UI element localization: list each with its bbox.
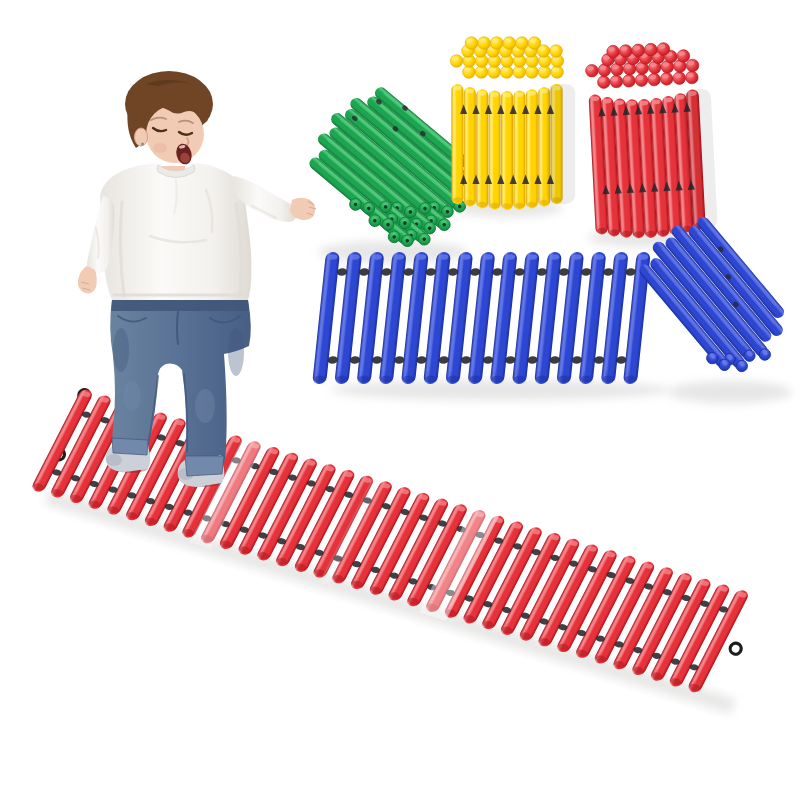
strap-connector <box>372 356 383 364</box>
sock-left-shade <box>106 454 122 466</box>
strap-connector <box>549 356 560 364</box>
yellow-dome <box>500 66 513 79</box>
yellow-dome <box>516 37 529 50</box>
red-dome <box>585 64 598 77</box>
strap-connector <box>394 356 405 364</box>
strap-connector <box>594 356 605 364</box>
blue-slats <box>312 252 651 384</box>
strap-connector <box>448 268 459 276</box>
red-dome <box>610 75 623 88</box>
jeans-shade-left <box>113 328 129 372</box>
jeans-cuff-right <box>185 456 224 476</box>
yellow-rod <box>501 91 513 210</box>
yellow-roll <box>450 37 575 210</box>
soft-shadow <box>668 381 792 403</box>
jeans-knee-right <box>195 389 215 423</box>
yellow-dome <box>465 37 478 50</box>
red-dome <box>686 59 699 72</box>
strap-connector <box>505 356 516 364</box>
strap-connector <box>581 268 592 276</box>
strap-connector <box>625 268 636 276</box>
cheek <box>153 143 167 153</box>
red-dome <box>597 76 610 89</box>
red-dome <box>673 72 686 85</box>
face <box>146 105 204 163</box>
strap-connector <box>438 356 449 364</box>
strap-connector <box>492 268 503 276</box>
blue-slat <box>312 252 340 384</box>
strap-connector <box>461 356 472 364</box>
strap-connector <box>425 268 436 276</box>
strap-connector <box>603 268 614 276</box>
red-dome <box>635 74 648 87</box>
strap-connector <box>616 356 627 364</box>
strap-hook <box>729 642 743 656</box>
jeans-knee-left <box>123 381 141 411</box>
earring <box>141 142 144 145</box>
yellow-dome <box>528 37 541 50</box>
strap-connector <box>470 268 481 276</box>
yellow-dome <box>513 66 526 79</box>
blue-mat-unrolled <box>312 252 651 384</box>
red-roll <box>584 40 718 241</box>
jeans-waistband <box>111 300 249 311</box>
strap-connector <box>572 356 583 364</box>
strap-connector <box>416 356 427 364</box>
strap-connector <box>559 268 570 276</box>
ear <box>135 128 148 146</box>
yellow-dome <box>551 66 564 79</box>
yellow-dome <box>475 66 488 79</box>
strap-connector <box>536 268 547 276</box>
product-photo <box>0 0 800 800</box>
yellow-rod <box>513 91 525 210</box>
red-dome <box>685 71 698 84</box>
jeans-shade-right <box>228 328 244 376</box>
red-dome <box>648 73 661 86</box>
yellow-dome <box>503 37 516 50</box>
scene <box>0 0 800 800</box>
strap-connector <box>483 356 494 364</box>
yellow-dome <box>538 66 551 79</box>
jeans-cuff-left <box>112 438 148 455</box>
yellow-dome <box>490 37 503 50</box>
yellow-rod <box>526 89 538 208</box>
red-dome <box>622 74 635 87</box>
yellow-dome <box>526 66 539 79</box>
strap-connector <box>403 268 414 276</box>
yellow-dome <box>488 66 501 79</box>
strap-connector <box>381 268 392 276</box>
strap-connector <box>337 268 348 276</box>
yellow-rod <box>451 84 463 204</box>
strap-connector <box>359 268 370 276</box>
yellow-dome <box>478 37 491 50</box>
yellow-rod <box>476 89 488 208</box>
strap-connector <box>527 356 538 364</box>
yellow-rod <box>489 91 501 210</box>
yellow-dome <box>463 66 476 79</box>
strap-connector <box>514 268 525 276</box>
toddler <box>78 71 316 487</box>
red-dome <box>660 72 673 85</box>
strap-connector <box>350 356 361 364</box>
strap-connector <box>327 356 338 364</box>
yellow-rod <box>464 87 476 207</box>
yellow-dome <box>450 55 463 68</box>
yellow-dome <box>550 45 563 58</box>
